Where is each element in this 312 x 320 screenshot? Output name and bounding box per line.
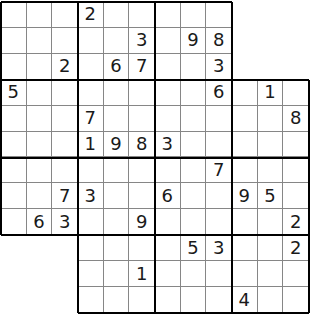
cell-r5c5[interactable]: 8 bbox=[129, 132, 155, 158]
cell-r9c11[interactable]: 2 bbox=[283, 235, 309, 261]
cell-r8c4[interactable] bbox=[104, 209, 130, 235]
cell-r10c11[interactable] bbox=[283, 261, 309, 287]
cell-r0c4[interactable] bbox=[104, 2, 130, 28]
cell-r5c0[interactable] bbox=[1, 132, 27, 158]
cell-r3c11[interactable] bbox=[283, 80, 309, 106]
cell-r2c0[interactable] bbox=[1, 54, 27, 80]
cell-r1c7[interactable]: 9 bbox=[181, 28, 207, 54]
cell-r2c3[interactable] bbox=[78, 54, 104, 80]
cell-r3c5[interactable] bbox=[129, 80, 155, 106]
cell-r10c3[interactable] bbox=[78, 261, 104, 287]
cell-r9c3[interactable] bbox=[78, 235, 104, 261]
cell-r6c7[interactable] bbox=[181, 157, 207, 183]
cell-r4c0[interactable] bbox=[1, 106, 27, 132]
cell-r1c5[interactable]: 3 bbox=[129, 28, 155, 54]
cell-r0c1[interactable] bbox=[27, 2, 53, 28]
cell-r11c0 bbox=[1, 287, 27, 313]
given-digit: 8 bbox=[290, 109, 301, 127]
cell-r11c9[interactable]: 4 bbox=[232, 287, 258, 313]
given-digit: 7 bbox=[85, 109, 96, 127]
given-digit: 3 bbox=[213, 57, 224, 75]
cell-r11c2 bbox=[52, 287, 78, 313]
given-digit: 3 bbox=[213, 239, 224, 257]
cell-r2c6[interactable] bbox=[155, 54, 181, 80]
cell-r2c7[interactable] bbox=[181, 54, 207, 80]
cell-r0c0[interactable] bbox=[1, 2, 27, 28]
cell-r9c6[interactable] bbox=[155, 235, 181, 261]
cell-r1c8[interactable]: 8 bbox=[206, 28, 232, 54]
cell-r8c11[interactable]: 2 bbox=[283, 209, 309, 235]
given-digit: 6 bbox=[162, 187, 173, 205]
cell-r3c0[interactable]: 5 bbox=[1, 80, 27, 106]
cell-r3c8[interactable]: 6 bbox=[206, 80, 232, 106]
cell-r7c5[interactable] bbox=[129, 183, 155, 209]
cell-r7c2[interactable]: 7 bbox=[52, 183, 78, 209]
cell-r4c11[interactable]: 8 bbox=[283, 106, 309, 132]
cell-r11c1 bbox=[27, 287, 53, 313]
cell-r10c1 bbox=[27, 261, 53, 287]
cell-r5c1[interactable] bbox=[27, 132, 53, 158]
cell-r10c6[interactable] bbox=[155, 261, 181, 287]
cell-r4c9[interactable] bbox=[232, 106, 258, 132]
cell-r10c4[interactable] bbox=[104, 261, 130, 287]
cell-r7c4[interactable] bbox=[104, 183, 130, 209]
cell-r10c5[interactable]: 1 bbox=[129, 261, 155, 287]
cell-r8c3[interactable] bbox=[78, 209, 104, 235]
cell-r2c8[interactable]: 3 bbox=[206, 54, 232, 80]
cell-r7c3[interactable]: 3 bbox=[78, 183, 104, 209]
given-digit: 6 bbox=[213, 83, 224, 101]
given-digit: 9 bbox=[136, 213, 147, 231]
cell-r6c3[interactable] bbox=[78, 157, 104, 183]
cell-r11c11[interactable] bbox=[283, 287, 309, 313]
cell-r2c2[interactable]: 2 bbox=[52, 54, 78, 80]
cell-r11c10[interactable] bbox=[258, 287, 284, 313]
cell-r4c8[interactable] bbox=[206, 106, 232, 132]
sudoku-board: 23982673561781983773695639253214 bbox=[1, 2, 309, 313]
cell-r6c9[interactable] bbox=[232, 157, 258, 183]
cell-r1c6[interactable] bbox=[155, 28, 181, 54]
cell-r11c5[interactable] bbox=[129, 287, 155, 313]
cell-r1c10 bbox=[258, 28, 284, 54]
cell-r7c0[interactable] bbox=[1, 183, 27, 209]
cell-r6c0[interactable] bbox=[1, 157, 27, 183]
given-digit: 2 bbox=[290, 239, 301, 257]
given-digit: 8 bbox=[213, 31, 224, 49]
cell-r10c2 bbox=[52, 261, 78, 287]
given-digit: 9 bbox=[239, 187, 250, 205]
puzzle-page: 23982673561781983773695639253214 bbox=[0, 0, 312, 320]
given-digit: 2 bbox=[290, 213, 301, 231]
given-digit: 5 bbox=[8, 83, 19, 101]
cell-r0c3[interactable]: 2 bbox=[78, 2, 104, 28]
cell-r9c7[interactable]: 5 bbox=[181, 235, 207, 261]
cell-r7c10[interactable]: 5 bbox=[258, 183, 284, 209]
cell-r7c1[interactable] bbox=[27, 183, 53, 209]
cell-r6c1[interactable] bbox=[27, 157, 53, 183]
cell-r2c9 bbox=[232, 54, 258, 80]
given-digit: 5 bbox=[264, 187, 275, 205]
cell-r8c7[interactable] bbox=[181, 209, 207, 235]
cell-r9c5[interactable] bbox=[129, 235, 155, 261]
cell-r1c3[interactable] bbox=[78, 28, 104, 54]
cell-r3c4[interactable] bbox=[104, 80, 130, 106]
cell-r0c2[interactable] bbox=[52, 2, 78, 28]
cell-r4c6[interactable] bbox=[155, 106, 181, 132]
cell-r9c1 bbox=[27, 235, 53, 261]
cell-r5c4[interactable]: 9 bbox=[104, 132, 130, 158]
cell-r2c5[interactable]: 7 bbox=[129, 54, 155, 80]
given-digit: 7 bbox=[59, 187, 70, 205]
given-digit: 4 bbox=[239, 291, 250, 309]
cell-r0c8[interactable] bbox=[206, 2, 232, 28]
cell-r3c10[interactable]: 1 bbox=[258, 80, 284, 106]
cell-r1c1[interactable] bbox=[27, 28, 53, 54]
cell-r3c3[interactable] bbox=[78, 80, 104, 106]
cell-r9c4[interactable] bbox=[104, 235, 130, 261]
cell-r10c0 bbox=[1, 261, 27, 287]
given-digit: 9 bbox=[110, 135, 121, 153]
cell-r9c0 bbox=[1, 235, 27, 261]
cell-r1c11 bbox=[283, 28, 309, 54]
cell-r8c2[interactable]: 3 bbox=[52, 209, 78, 235]
given-digit: 7 bbox=[213, 161, 224, 179]
cell-r3c6[interactable] bbox=[155, 80, 181, 106]
cell-r3c9[interactable] bbox=[232, 80, 258, 106]
cell-r1c2[interactable] bbox=[52, 28, 78, 54]
cell-r5c9[interactable] bbox=[232, 132, 258, 158]
cell-r1c4[interactable] bbox=[104, 28, 130, 54]
cell-r5c6[interactable]: 3 bbox=[155, 132, 181, 158]
cell-r5c10[interactable] bbox=[258, 132, 284, 158]
given-digit: 3 bbox=[85, 187, 96, 205]
cell-r3c1[interactable] bbox=[27, 80, 53, 106]
given-digit: 6 bbox=[110, 57, 121, 75]
cell-r2c1[interactable] bbox=[27, 54, 53, 80]
cell-r11c3[interactable] bbox=[78, 287, 104, 313]
cell-r8c10[interactable] bbox=[258, 209, 284, 235]
cell-r0c6[interactable] bbox=[155, 2, 181, 28]
cell-r9c2 bbox=[52, 235, 78, 261]
cell-r5c7[interactable] bbox=[181, 132, 207, 158]
cell-r0c10 bbox=[258, 2, 284, 28]
cell-r4c2[interactable] bbox=[52, 106, 78, 132]
cell-r11c7[interactable] bbox=[181, 287, 207, 313]
cell-r10c9[interactable] bbox=[232, 261, 258, 287]
given-digit: 2 bbox=[85, 5, 96, 23]
cell-r4c3[interactable]: 7 bbox=[78, 106, 104, 132]
cell-r0c7[interactable] bbox=[181, 2, 207, 28]
cell-r7c7[interactable] bbox=[181, 183, 207, 209]
cell-r7c11[interactable] bbox=[283, 183, 309, 209]
cell-r7c8[interactable] bbox=[206, 183, 232, 209]
cell-r10c10[interactable] bbox=[258, 261, 284, 287]
given-digit: 9 bbox=[187, 31, 198, 49]
cell-r0c5[interactable] bbox=[129, 2, 155, 28]
cell-r2c11 bbox=[283, 54, 309, 80]
cell-r5c8[interactable] bbox=[206, 132, 232, 158]
cell-r1c0[interactable] bbox=[1, 28, 27, 54]
cell-r6c2[interactable] bbox=[52, 157, 78, 183]
cell-r9c9[interactable] bbox=[232, 235, 258, 261]
cell-r4c10[interactable] bbox=[258, 106, 284, 132]
cell-r7c9[interactable]: 9 bbox=[232, 183, 258, 209]
cell-r4c4[interactable] bbox=[104, 106, 130, 132]
given-digit: 1 bbox=[85, 135, 96, 153]
cell-r0c11 bbox=[283, 2, 309, 28]
given-digit: 7 bbox=[136, 57, 147, 75]
cell-r4c5[interactable] bbox=[129, 106, 155, 132]
given-digit: 3 bbox=[136, 31, 147, 49]
cell-r8c5[interactable]: 9 bbox=[129, 209, 155, 235]
cell-r6c6[interactable] bbox=[155, 157, 181, 183]
given-digit: 6 bbox=[33, 213, 44, 231]
given-digit: 2 bbox=[59, 57, 70, 75]
cell-r9c10[interactable] bbox=[258, 235, 284, 261]
cell-r4c7[interactable] bbox=[181, 106, 207, 132]
cell-r6c8[interactable]: 7 bbox=[206, 157, 232, 183]
given-digit: 5 bbox=[187, 239, 198, 257]
given-digit: 1 bbox=[136, 265, 147, 283]
cell-r8c1[interactable]: 6 bbox=[27, 209, 53, 235]
cell-r10c7[interactable] bbox=[181, 261, 207, 287]
cell-r5c11[interactable] bbox=[283, 132, 309, 158]
cell-r6c5[interactable] bbox=[129, 157, 155, 183]
cell-r3c7[interactable] bbox=[181, 80, 207, 106]
cell-r8c8[interactable] bbox=[206, 209, 232, 235]
cell-r5c3[interactable]: 1 bbox=[78, 132, 104, 158]
cell-r0c9 bbox=[232, 2, 258, 28]
cell-r7c6[interactable]: 6 bbox=[155, 183, 181, 209]
cell-r11c4[interactable] bbox=[104, 287, 130, 313]
given-digit: 3 bbox=[162, 135, 173, 153]
cell-r11c6[interactable] bbox=[155, 287, 181, 313]
cell-r6c4[interactable] bbox=[104, 157, 130, 183]
cell-r9c8[interactable]: 3 bbox=[206, 235, 232, 261]
cell-r10c8[interactable] bbox=[206, 261, 232, 287]
given-digit: 1 bbox=[264, 83, 275, 101]
cell-r6c10[interactable] bbox=[258, 157, 284, 183]
cell-r8c6[interactable] bbox=[155, 209, 181, 235]
given-digit: 3 bbox=[59, 213, 70, 231]
cell-r4c1[interactable] bbox=[27, 106, 53, 132]
given-digit: 8 bbox=[136, 135, 147, 153]
cell-r8c9[interactable] bbox=[232, 209, 258, 235]
cell-r1c9 bbox=[232, 28, 258, 54]
cell-r8c0[interactable] bbox=[1, 209, 27, 235]
cell-r5c2[interactable] bbox=[52, 132, 78, 158]
cell-r6c11[interactable] bbox=[283, 157, 309, 183]
cell-r3c2[interactable] bbox=[52, 80, 78, 106]
cell-r11c8[interactable] bbox=[206, 287, 232, 313]
cell-r2c4[interactable]: 6 bbox=[104, 54, 130, 80]
cell-r2c10 bbox=[258, 54, 284, 80]
